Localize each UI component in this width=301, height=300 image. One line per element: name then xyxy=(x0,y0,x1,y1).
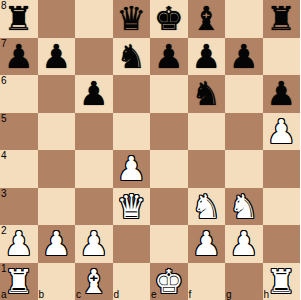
square-a5[interactable]: 5 xyxy=(0,113,38,151)
square-g4[interactable] xyxy=(225,150,263,188)
black-queen[interactable]: ♛ xyxy=(113,0,151,38)
square-h8[interactable]: ♜ xyxy=(263,0,301,38)
square-d1[interactable]: d xyxy=(113,263,151,300)
square-h6[interactable]: ♟ xyxy=(263,75,301,113)
white-bishop[interactable]: ♝ xyxy=(75,263,113,300)
file-label-b: b xyxy=(39,290,45,300)
square-d3[interactable]: ♛ xyxy=(113,188,151,226)
white-rook[interactable]: ♜ xyxy=(263,263,301,300)
square-g3[interactable]: ♞ xyxy=(225,188,263,226)
square-a8[interactable]: 8♜ xyxy=(0,0,38,38)
square-e6[interactable] xyxy=(150,75,188,113)
square-f7[interactable]: ♟ xyxy=(188,38,226,76)
black-pawn[interactable]: ♟ xyxy=(263,75,301,113)
square-f8[interactable]: ♝ xyxy=(188,0,226,38)
square-c4[interactable] xyxy=(75,150,113,188)
square-d6[interactable] xyxy=(113,75,151,113)
black-pawn[interactable]: ♟ xyxy=(75,75,113,113)
white-pawn[interactable]: ♟ xyxy=(0,225,38,263)
black-pawn[interactable]: ♟ xyxy=(0,38,38,76)
square-h2[interactable] xyxy=(263,225,301,263)
square-b5[interactable] xyxy=(38,113,76,151)
square-a6[interactable]: 6 xyxy=(0,75,38,113)
square-b4[interactable] xyxy=(38,150,76,188)
square-d7[interactable]: ♞ xyxy=(113,38,151,76)
black-pawn[interactable]: ♟ xyxy=(38,38,76,76)
white-king[interactable]: ♚ xyxy=(150,263,188,300)
white-pawn[interactable]: ♟ xyxy=(188,225,226,263)
square-e7[interactable]: ♟ xyxy=(150,38,188,76)
square-f6[interactable]: ♞ xyxy=(188,75,226,113)
square-g7[interactable]: ♟ xyxy=(225,38,263,76)
white-queen[interactable]: ♛ xyxy=(113,188,151,226)
square-g1[interactable]: g xyxy=(225,263,263,300)
white-rook[interactable]: ♜ xyxy=(0,263,38,300)
square-a2[interactable]: 2♟ xyxy=(0,225,38,263)
square-f2[interactable]: ♟ xyxy=(188,225,226,263)
file-label-d: d xyxy=(114,290,120,300)
square-g6[interactable] xyxy=(225,75,263,113)
square-a4[interactable]: 4 xyxy=(0,150,38,188)
square-d8[interactable]: ♛ xyxy=(113,0,151,38)
square-a3[interactable]: 3 xyxy=(0,188,38,226)
square-b1[interactable]: b xyxy=(38,263,76,300)
square-c5[interactable] xyxy=(75,113,113,151)
square-f1[interactable]: f xyxy=(188,263,226,300)
square-f3[interactable]: ♞ xyxy=(188,188,226,226)
square-h7[interactable] xyxy=(263,38,301,76)
black-pawn[interactable]: ♟ xyxy=(188,38,226,76)
square-b6[interactable] xyxy=(38,75,76,113)
rank-label-6: 6 xyxy=(1,76,7,86)
rank-label-4: 4 xyxy=(1,151,7,161)
square-e1[interactable]: e♚ xyxy=(150,263,188,300)
square-a7[interactable]: 7♟ xyxy=(0,38,38,76)
square-c7[interactable] xyxy=(75,38,113,76)
square-d5[interactable] xyxy=(113,113,151,151)
rank-label-3: 3 xyxy=(1,189,7,199)
square-b8[interactable] xyxy=(38,0,76,38)
file-label-g: g xyxy=(226,290,232,300)
white-pawn[interactable]: ♟ xyxy=(75,225,113,263)
square-h3[interactable] xyxy=(263,188,301,226)
square-h4[interactable] xyxy=(263,150,301,188)
square-h1[interactable]: h♜ xyxy=(263,263,301,300)
square-e8[interactable]: ♚ xyxy=(150,0,188,38)
white-knight[interactable]: ♞ xyxy=(188,188,226,226)
file-label-f: f xyxy=(189,290,192,300)
square-b7[interactable]: ♟ xyxy=(38,38,76,76)
square-h5[interactable]: ♟ xyxy=(263,113,301,151)
black-pawn[interactable]: ♟ xyxy=(225,38,263,76)
square-c1[interactable]: c♝ xyxy=(75,263,113,300)
white-pawn[interactable]: ♟ xyxy=(263,113,301,151)
square-e3[interactable] xyxy=(150,188,188,226)
square-c6[interactable]: ♟ xyxy=(75,75,113,113)
square-c3[interactable] xyxy=(75,188,113,226)
square-d4[interactable]: ♟ xyxy=(113,150,151,188)
black-king[interactable]: ♚ xyxy=(150,0,188,38)
square-g8[interactable] xyxy=(225,0,263,38)
square-f4[interactable] xyxy=(188,150,226,188)
square-e5[interactable] xyxy=(150,113,188,151)
square-c8[interactable] xyxy=(75,0,113,38)
square-b2[interactable]: ♟ xyxy=(38,225,76,263)
black-knight[interactable]: ♞ xyxy=(113,38,151,76)
square-b3[interactable] xyxy=(38,188,76,226)
square-a1[interactable]: 1a♜ xyxy=(0,263,38,300)
black-knight[interactable]: ♞ xyxy=(188,75,226,113)
black-rook[interactable]: ♜ xyxy=(0,0,38,38)
square-g5[interactable] xyxy=(225,113,263,151)
chess-board: 8♜♛♚♝♜7♟♟♞♟♟♟6♟♞♟5♟4♟3♛♞♞2♟♟♟♟♟1a♜bc♝de♚… xyxy=(0,0,300,300)
square-d2[interactable] xyxy=(113,225,151,263)
white-pawn[interactable]: ♟ xyxy=(225,225,263,263)
chess-board-wrapper: 8♜♛♚♝♜7♟♟♞♟♟♟6♟♞♟5♟4♟3♛♞♞2♟♟♟♟♟1a♜bc♝de♚… xyxy=(0,0,300,300)
square-g2[interactable]: ♟ xyxy=(225,225,263,263)
square-f5[interactable] xyxy=(188,113,226,151)
white-knight[interactable]: ♞ xyxy=(225,188,263,226)
black-pawn[interactable]: ♟ xyxy=(150,38,188,76)
square-e4[interactable] xyxy=(150,150,188,188)
white-pawn[interactable]: ♟ xyxy=(113,150,151,188)
square-c2[interactable]: ♟ xyxy=(75,225,113,263)
rank-label-5: 5 xyxy=(1,114,7,124)
black-rook[interactable]: ♜ xyxy=(263,0,301,38)
white-pawn[interactable]: ♟ xyxy=(38,225,76,263)
black-bishop[interactable]: ♝ xyxy=(188,0,226,38)
square-e2[interactable] xyxy=(150,225,188,263)
